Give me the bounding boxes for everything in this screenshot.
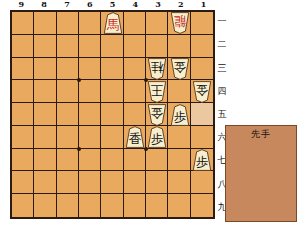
square-9-7[interactable] [12,149,34,172]
square-7-6[interactable] [57,126,79,149]
rank-label-3: 三 [216,56,228,79]
square-4-3[interactable] [124,58,146,81]
square-6-9[interactable] [79,194,101,217]
square-7-5[interactable] [57,103,79,126]
square-6-7[interactable] [79,149,101,172]
square-8-4[interactable] [34,80,56,103]
square-7-8[interactable] [57,171,79,194]
square-2-9[interactable] [168,194,190,217]
square-9-1[interactable] [12,12,34,35]
rank-label-5: 五 [216,103,228,126]
square-8-3[interactable] [34,58,56,81]
square-7-9[interactable] [57,194,79,217]
file-label-4: 4 [124,0,147,9]
square-8-7[interactable] [34,149,56,172]
square-5-8[interactable] [101,171,123,194]
square-7-2[interactable] [57,35,79,58]
square-1-6[interactable] [191,126,213,149]
square-4-8[interactable] [124,171,146,194]
square-5-7[interactable] [101,149,123,172]
square-1-3[interactable] [191,58,213,81]
square-4-9[interactable] [124,194,146,217]
file-coordinate-labels: 987654321 [10,0,215,9]
square-9-8[interactable] [12,171,34,194]
square-2-7[interactable] [168,149,190,172]
square-4-2[interactable] [124,35,146,58]
square-3-6[interactable] [146,126,168,149]
square-1-4[interactable] [191,80,213,103]
square-2-5[interactable] [168,103,190,126]
square-1-1[interactable] [191,12,213,35]
file-label-7: 7 [56,0,79,9]
square-7-1[interactable] [57,12,79,35]
square-2-8[interactable] [168,171,190,194]
square-6-4[interactable] [79,80,101,103]
rank-label-1: 一 [216,10,228,33]
square-1-8[interactable] [191,171,213,194]
board-squares [12,12,213,217]
square-4-5[interactable] [124,103,146,126]
square-2-2[interactable] [168,35,190,58]
file-label-5: 5 [101,0,124,9]
square-8-8[interactable] [34,171,56,194]
square-6-5[interactable] [79,103,101,126]
square-8-5[interactable] [34,103,56,126]
file-label-3: 3 [147,0,170,9]
square-3-5[interactable] [146,103,168,126]
square-3-4[interactable] [146,80,168,103]
shogi-board: 馬龍桂金王金金歩香歩歩 [10,10,215,219]
square-9-9[interactable] [12,194,34,217]
square-9-3[interactable] [12,58,34,81]
square-9-4[interactable] [12,80,34,103]
file-label-1: 1 [192,0,215,9]
square-2-6[interactable] [168,126,190,149]
square-5-4[interactable] [101,80,123,103]
square-7-4[interactable] [57,80,79,103]
shogi-diagram: { "game": "shogi", "diagram_type": "posi… [0,0,300,229]
square-8-2[interactable] [34,35,56,58]
square-7-3[interactable] [57,58,79,81]
square-2-1[interactable] [168,12,190,35]
square-5-9[interactable] [101,194,123,217]
square-9-6[interactable] [12,126,34,149]
square-1-7[interactable] [191,149,213,172]
square-1-5-highlighted[interactable] [191,103,213,126]
square-6-8[interactable] [79,171,101,194]
square-5-1[interactable] [101,12,123,35]
square-4-7[interactable] [124,149,146,172]
square-5-2[interactable] [101,35,123,58]
square-6-1[interactable] [79,12,101,35]
square-2-3[interactable] [168,58,190,81]
square-2-4[interactable] [168,80,190,103]
square-7-7[interactable] [57,149,79,172]
sente-hand-tray: 先手 [225,125,297,222]
square-5-3[interactable] [101,58,123,81]
square-3-8[interactable] [146,171,168,194]
square-6-2[interactable] [79,35,101,58]
rank-label-4: 四 [216,80,228,103]
square-9-5[interactable] [12,103,34,126]
square-6-3[interactable] [79,58,101,81]
square-3-3[interactable] [146,58,168,81]
square-8-1[interactable] [34,12,56,35]
square-1-9[interactable] [191,194,213,217]
square-5-6[interactable] [101,126,123,149]
square-4-1[interactable] [124,12,146,35]
square-3-7[interactable] [146,149,168,172]
square-3-2[interactable] [146,35,168,58]
file-label-8: 8 [33,0,56,9]
square-4-6[interactable] [124,126,146,149]
square-9-2[interactable] [12,35,34,58]
square-8-9[interactable] [34,194,56,217]
square-5-5[interactable] [101,103,123,126]
square-1-2[interactable] [191,35,213,58]
file-label-6: 6 [78,0,101,9]
square-8-6[interactable] [34,126,56,149]
square-3-9[interactable] [146,194,168,217]
square-6-6[interactable] [79,126,101,149]
rank-label-2: 二 [216,33,228,56]
square-4-4[interactable] [124,80,146,103]
sente-hand-label: 先手 [226,128,296,141]
file-label-9: 9 [10,0,33,9]
file-label-2: 2 [169,0,192,9]
square-3-1[interactable] [146,12,168,35]
